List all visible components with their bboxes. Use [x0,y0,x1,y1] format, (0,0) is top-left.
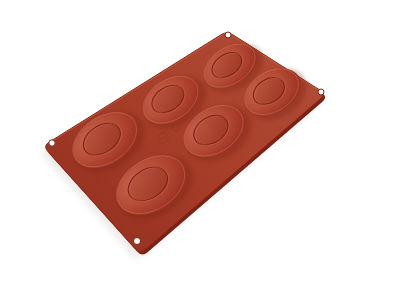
corner-hole-left [49,140,55,146]
corner-hole-bottom [134,238,141,245]
product-photo [0,0,400,283]
silicone-mold-scene [0,0,400,283]
corner-hole-top [225,32,231,38]
corner-hole-right [318,89,324,95]
